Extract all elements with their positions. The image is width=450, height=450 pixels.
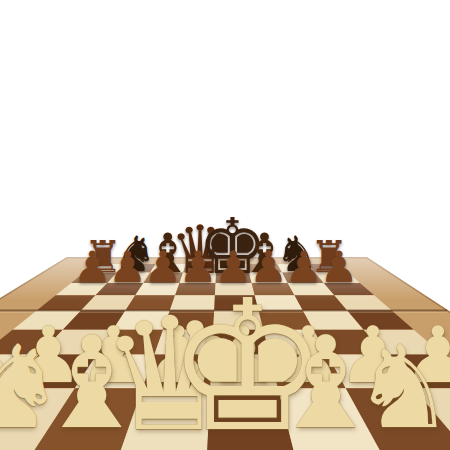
- piece-black-pawn-a7[interactable]: ♟: [73, 246, 112, 289]
- piece-white-rook-h1[interactable]: ♜: [436, 340, 450, 443]
- piece-black-pawn-b7[interactable]: ♟: [108, 246, 147, 289]
- scene: ♜♞♝♛♚♝♞♜♟♟♟♟♟♟♟♟♟♟♟♟♟♟♟♟♜♞♝♛♚♝♞♜: [0, 0, 450, 450]
